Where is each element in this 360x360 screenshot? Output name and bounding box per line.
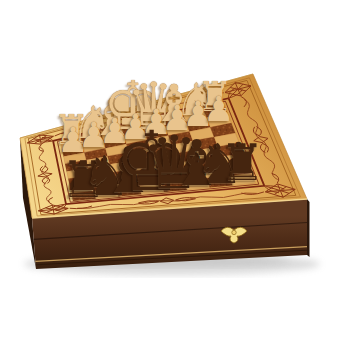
chess-set-photo: ♜♞♝♚♛♝♞♜♟♟♟♟♟♟♟♟♟♟♟♟♟♟♟♟♜♞♝♚♛♝♞♜ bbox=[0, 0, 360, 360]
piece-white-pawn[interactable]: ♟ bbox=[203, 92, 234, 127]
piece-black-rook[interactable]: ♜ bbox=[219, 138, 264, 189]
box-right-face bbox=[307, 199, 310, 257]
